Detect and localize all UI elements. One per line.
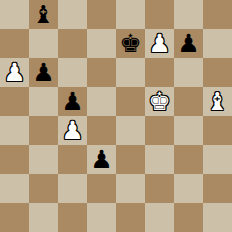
square-d4[interactable] [87, 116, 116, 145]
square-e5[interactable] [116, 87, 145, 116]
square-c4[interactable]: ♟ [58, 116, 87, 145]
black-pawn: ♟ [32, 58, 54, 87]
square-h7[interactable] [203, 29, 232, 58]
square-c1[interactable] [58, 203, 87, 232]
square-e7[interactable]: ♚ [116, 29, 145, 58]
square-h1[interactable] [203, 203, 232, 232]
square-f7[interactable]: ♟ [145, 29, 174, 58]
square-f6[interactable] [145, 58, 174, 87]
white-bishop: ♝ [206, 87, 228, 116]
square-g5[interactable] [174, 87, 203, 116]
square-g4[interactable] [174, 116, 203, 145]
square-g1[interactable] [174, 203, 203, 232]
square-b5[interactable] [29, 87, 58, 116]
square-d7[interactable] [87, 29, 116, 58]
square-b7[interactable] [29, 29, 58, 58]
square-f5[interactable]: ♚ [145, 87, 174, 116]
square-f2[interactable] [145, 174, 174, 203]
square-b8[interactable]: ♝ [29, 0, 58, 29]
square-b1[interactable] [29, 203, 58, 232]
square-a5[interactable] [0, 87, 29, 116]
square-a4[interactable] [0, 116, 29, 145]
square-a2[interactable] [0, 174, 29, 203]
square-h8[interactable] [203, 0, 232, 29]
square-g3[interactable] [174, 145, 203, 174]
square-f4[interactable] [145, 116, 174, 145]
white-pawn: ♟ [148, 29, 170, 58]
square-f1[interactable] [145, 203, 174, 232]
square-b2[interactable] [29, 174, 58, 203]
square-b4[interactable] [29, 116, 58, 145]
square-c8[interactable] [58, 0, 87, 29]
square-a6[interactable]: ♟ [0, 58, 29, 87]
square-e2[interactable] [116, 174, 145, 203]
square-f3[interactable] [145, 145, 174, 174]
square-c7[interactable] [58, 29, 87, 58]
square-c2[interactable] [58, 174, 87, 203]
white-pawn: ♟ [61, 116, 83, 145]
square-e8[interactable] [116, 0, 145, 29]
square-g8[interactable] [174, 0, 203, 29]
white-king: ♚ [148, 87, 170, 116]
square-c3[interactable] [58, 145, 87, 174]
square-f8[interactable] [145, 0, 174, 29]
square-c6[interactable] [58, 58, 87, 87]
square-g7[interactable]: ♟ [174, 29, 203, 58]
black-pawn: ♟ [177, 29, 199, 58]
black-king: ♚ [119, 29, 141, 58]
square-h6[interactable] [203, 58, 232, 87]
square-d6[interactable] [87, 58, 116, 87]
white-pawn: ♟ [3, 58, 25, 87]
square-a3[interactable] [0, 145, 29, 174]
square-g6[interactable] [174, 58, 203, 87]
square-e6[interactable] [116, 58, 145, 87]
black-pawn: ♟ [90, 145, 112, 174]
square-c5[interactable]: ♟ [58, 87, 87, 116]
square-a8[interactable] [0, 0, 29, 29]
square-h3[interactable] [203, 145, 232, 174]
black-bishop: ♝ [32, 0, 54, 29]
square-d1[interactable] [87, 203, 116, 232]
square-e3[interactable] [116, 145, 145, 174]
square-b3[interactable] [29, 145, 58, 174]
square-d8[interactable] [87, 0, 116, 29]
square-e1[interactable] [116, 203, 145, 232]
square-d5[interactable] [87, 87, 116, 116]
square-d2[interactable] [87, 174, 116, 203]
square-e4[interactable] [116, 116, 145, 145]
black-pawn: ♟ [61, 87, 83, 116]
chess-board: ♝♚♟♟♟♟♟♚♝♟♟ [0, 0, 232, 232]
square-g2[interactable] [174, 174, 203, 203]
square-d3[interactable]: ♟ [87, 145, 116, 174]
square-h4[interactable] [203, 116, 232, 145]
square-h5[interactable]: ♝ [203, 87, 232, 116]
square-a1[interactable] [0, 203, 29, 232]
square-h2[interactable] [203, 174, 232, 203]
square-a7[interactable] [0, 29, 29, 58]
square-b6[interactable]: ♟ [29, 58, 58, 87]
